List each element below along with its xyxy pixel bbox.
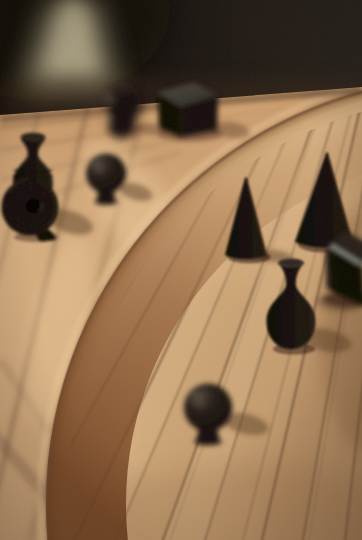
film-grain: [0, 0, 362, 540]
scene-svg: [0, 0, 362, 540]
photo-scene: [0, 0, 362, 540]
